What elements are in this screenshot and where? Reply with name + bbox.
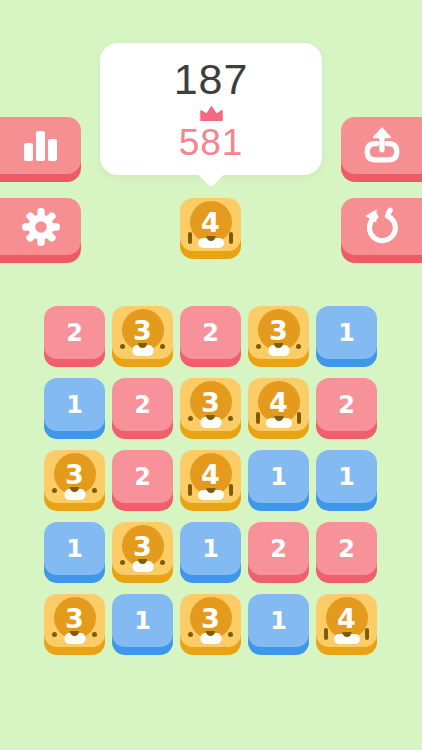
tile-nose-icon (274, 416, 283, 421)
tile-number: 4 (201, 459, 220, 490)
tile-eye-left-icon (188, 416, 193, 421)
tile-eye-right-icon (365, 628, 369, 640)
tile-mouth-icon (198, 490, 224, 500)
tile-r4c1[interactable]: 1 (44, 522, 105, 575)
tile-eye-left-icon (120, 560, 125, 565)
tile-mouth-icon (200, 417, 221, 428)
restart-button[interactable] (341, 198, 422, 255)
next-tile: 4 (180, 198, 241, 251)
tile-number: 3 (133, 315, 152, 346)
tile-eye-left-icon (188, 484, 192, 496)
tile-nose-icon (70, 631, 79, 636)
tile-number: 1 (316, 450, 377, 503)
tile-eye-right-icon (229, 232, 233, 244)
tile-number: 2 (112, 378, 173, 431)
share-icon (361, 125, 403, 167)
tile-number: 1 (112, 594, 173, 647)
share-button[interactable] (341, 117, 422, 174)
tile-mouth-icon (200, 633, 221, 644)
tile-eye-left-icon (256, 344, 261, 349)
tile-number: 3 (201, 387, 220, 418)
tile-number: 2 (248, 522, 309, 575)
tile-r4c3[interactable]: 1 (180, 522, 241, 575)
tile-eye-right-icon (296, 344, 301, 349)
tile-r2c1[interactable]: 1 (44, 378, 105, 431)
tile-nose-icon (206, 236, 215, 241)
tile-r4c4[interactable]: 2 (248, 522, 309, 575)
tile-r3c4[interactable]: 1 (248, 450, 309, 503)
tile-eye-left-icon (188, 632, 193, 637)
bar-chart-icon (24, 131, 57, 161)
tile-eye-right-icon (92, 488, 97, 493)
crown-icon (199, 106, 224, 122)
tile-r5c5[interactable]: 4 (316, 594, 377, 647)
tile-r5c2[interactable]: 1 (112, 594, 173, 647)
tile-r1c2[interactable]: 3 (112, 306, 173, 359)
game-screen: 187 581 (0, 0, 422, 750)
tile-mouth-icon (334, 634, 360, 644)
tile-mouth-icon (266, 418, 292, 428)
tile-number: 2 (316, 378, 377, 431)
gear-icon (20, 206, 62, 248)
tile-number: 4 (201, 207, 220, 238)
tile-r2c5[interactable]: 2 (316, 378, 377, 431)
tile-number: 2 (180, 306, 241, 359)
score-bubble: 187 581 (100, 43, 322, 175)
tile-number: 3 (269, 315, 288, 346)
tile-r5c1[interactable]: 3 (44, 594, 105, 647)
tile-nose-icon (206, 631, 215, 636)
restart-icon (361, 206, 403, 248)
tile-nose-icon (138, 559, 147, 564)
tile-r5c3[interactable]: 3 (180, 594, 241, 647)
tile-r2c4[interactable]: 4 (248, 378, 309, 431)
tile-number: 2 (316, 522, 377, 575)
next-tile-piece[interactable]: 4 (180, 198, 241, 251)
tile-mouth-icon (64, 489, 85, 500)
tile-number: 2 (112, 450, 173, 503)
tile-mouth-icon (268, 345, 289, 356)
tile-eye-right-icon (228, 632, 233, 637)
tile-nose-icon (342, 632, 351, 637)
tile-eye-right-icon (160, 560, 165, 565)
tile-eye-left-icon (256, 412, 260, 424)
tile-number: 1 (44, 378, 105, 431)
tile-number: 3 (65, 603, 84, 634)
tile-eye-right-icon (229, 484, 233, 496)
tile-number: 1 (180, 522, 241, 575)
tile-nose-icon (274, 343, 283, 348)
tile-eye-left-icon (52, 488, 57, 493)
tile-r2c2[interactable]: 2 (112, 378, 173, 431)
tile-r3c1[interactable]: 3 (44, 450, 105, 503)
tile-number: 1 (316, 306, 377, 359)
tile-r3c3[interactable]: 4 (180, 450, 241, 503)
tile-mouth-icon (64, 633, 85, 644)
tile-nose-icon (206, 488, 215, 493)
tile-eye-left-icon (188, 232, 192, 244)
tile-number: 3 (65, 459, 84, 490)
settings-button[interactable] (0, 198, 81, 255)
tile-r1c1[interactable]: 2 (44, 306, 105, 359)
tile-number: 3 (201, 603, 220, 634)
tile-number: 1 (248, 594, 309, 647)
tile-number: 1 (248, 450, 309, 503)
tile-number: 4 (337, 603, 356, 634)
tile-r2c3[interactable]: 3 (180, 378, 241, 431)
tile-r4c5[interactable]: 2 (316, 522, 377, 575)
tile-r3c2[interactable]: 2 (112, 450, 173, 503)
tile-nose-icon (206, 415, 215, 420)
tile-mouth-icon (198, 238, 224, 248)
tile-number: 2 (44, 306, 105, 359)
tile-r4c2[interactable]: 3 (112, 522, 173, 575)
tile-r5c4[interactable]: 1 (248, 594, 309, 647)
tile-mouth-icon (132, 345, 153, 356)
tile-r1c5[interactable]: 1 (316, 306, 377, 359)
tile-r3c5[interactable]: 1 (316, 450, 377, 503)
tile-nose-icon (70, 487, 79, 492)
tile-nose-icon (138, 343, 147, 348)
tile-eye-right-icon (160, 344, 165, 349)
tile-number: 3 (133, 531, 152, 562)
board-grid: 2323112342324111312231314 (44, 306, 377, 647)
tile-eye-left-icon (52, 632, 57, 637)
tile-number: 4 (269, 387, 288, 418)
tile-mouth-icon (132, 561, 153, 572)
tile-r1c4[interactable]: 3 (248, 306, 309, 359)
tile-number: 1 (44, 522, 105, 575)
tile-eye-right-icon (228, 416, 233, 421)
tile-eye-left-icon (324, 628, 328, 640)
tile-r1c3[interactable]: 2 (180, 306, 241, 359)
current-score: 187 (174, 55, 249, 103)
tile-eye-left-icon (120, 344, 125, 349)
stats-button[interactable] (0, 117, 81, 174)
tile-eye-right-icon (92, 632, 97, 637)
tile-eye-right-icon (297, 412, 301, 424)
